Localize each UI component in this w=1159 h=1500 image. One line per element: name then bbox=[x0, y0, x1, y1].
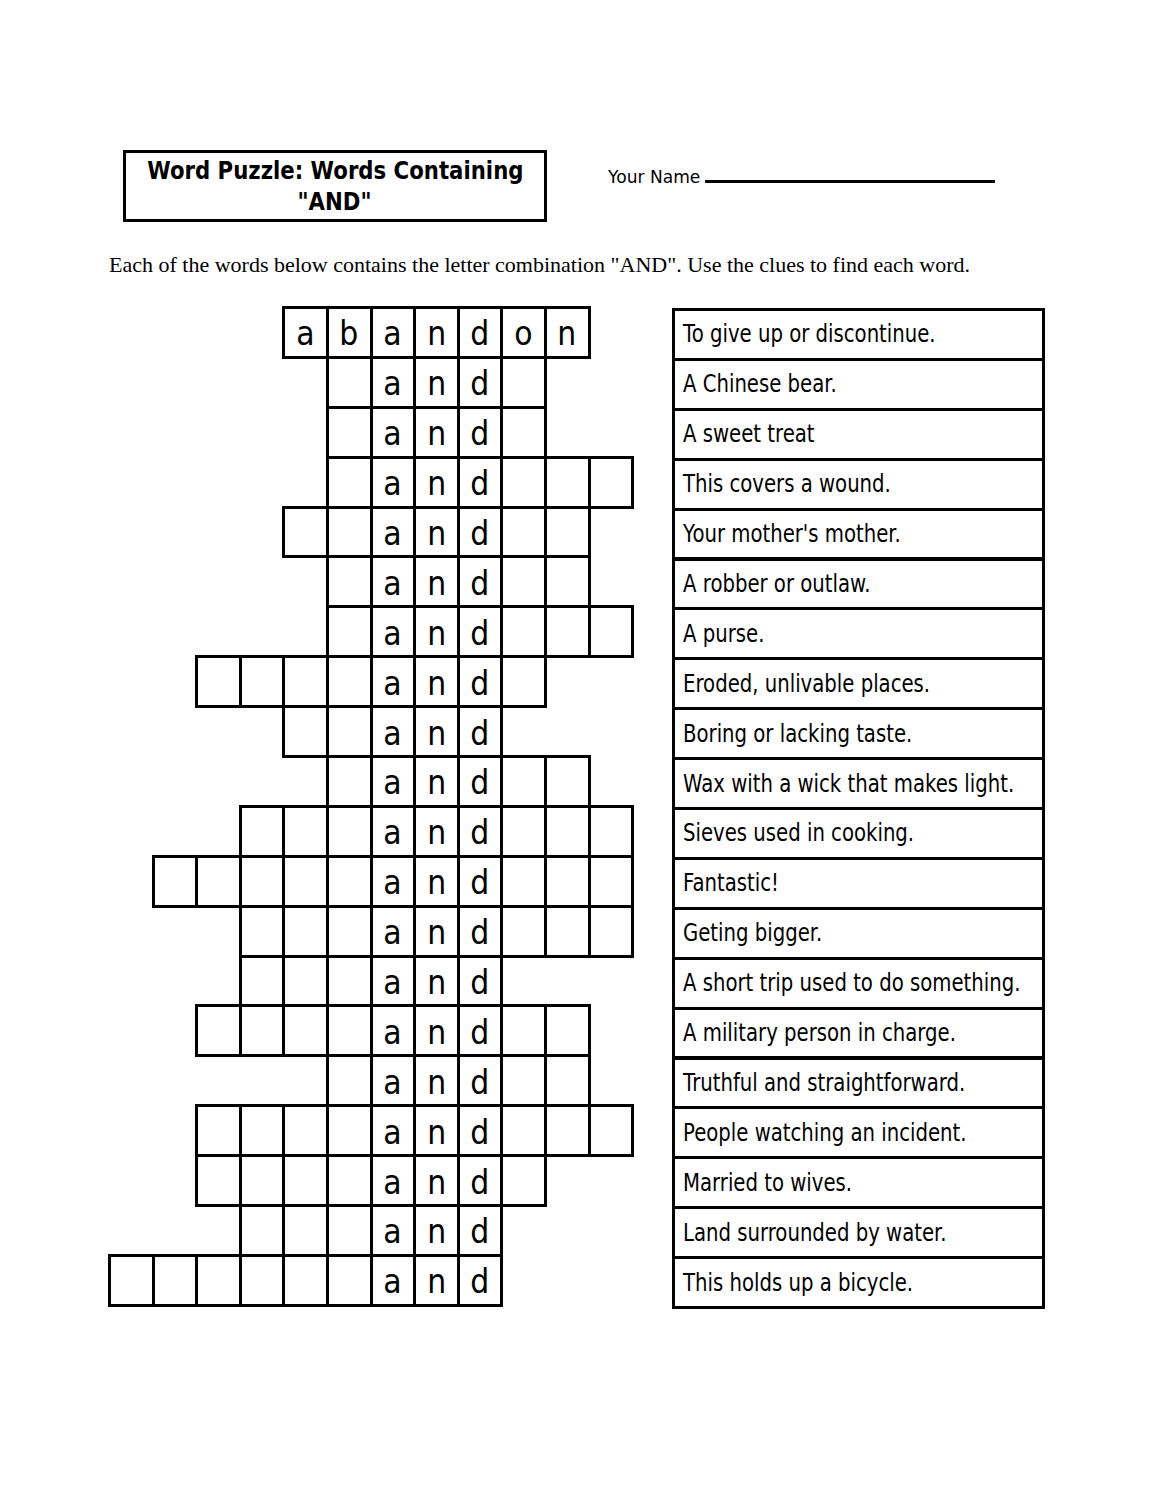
cell-letter: a bbox=[384, 1015, 402, 1049]
cell-letter: a bbox=[384, 1165, 402, 1199]
clue-text: Truthful and straightforward. bbox=[683, 1069, 965, 1097]
clue-box: Truthful and straightforward. bbox=[672, 1057, 1045, 1110]
title-box: Word Puzzle: Words Containing "AND" bbox=[123, 150, 547, 222]
grid-cell-letter: n bbox=[413, 1254, 460, 1307]
grid-cell-empty[interactable] bbox=[588, 605, 635, 658]
cell-letter: n bbox=[427, 466, 446, 500]
grid-cell-letter: a bbox=[370, 605, 417, 658]
grid-cell-empty[interactable] bbox=[282, 1104, 329, 1157]
cell-letter: n bbox=[427, 1165, 446, 1199]
clue-text: To give up or discontinue. bbox=[683, 320, 936, 348]
cell-letter: d bbox=[471, 1065, 490, 1099]
grid-cell-empty[interactable] bbox=[239, 905, 286, 958]
cell-letter: a bbox=[384, 616, 402, 650]
grid-cell-empty[interactable] bbox=[195, 855, 242, 908]
grid-cell-letter: d bbox=[457, 955, 504, 1008]
grid-cell-letter: d bbox=[457, 705, 504, 758]
clue-box: Married to wives. bbox=[672, 1156, 1045, 1209]
grid-cell-empty[interactable] bbox=[588, 456, 635, 509]
grid-cell-empty[interactable] bbox=[544, 605, 591, 658]
name-input-line[interactable] bbox=[705, 162, 995, 183]
grid-cell-empty[interactable] bbox=[282, 705, 329, 758]
grid-cell-empty[interactable] bbox=[500, 506, 547, 559]
grid-cell-letter: n bbox=[413, 456, 460, 509]
cell-letter: n bbox=[427, 316, 446, 350]
cell-letter: d bbox=[471, 1115, 490, 1149]
grid-cell-empty[interactable] bbox=[500, 406, 547, 459]
grid-cell-empty[interactable] bbox=[282, 1004, 329, 1057]
grid-cell-letter: a bbox=[370, 356, 417, 409]
grid-cell-letter: d bbox=[457, 905, 504, 958]
grid-cell-empty[interactable] bbox=[326, 605, 373, 658]
cell-letter: n bbox=[427, 815, 446, 849]
grid-cell-letter: d bbox=[457, 605, 504, 658]
cell-letter: n bbox=[427, 1115, 446, 1149]
grid-cell-empty[interactable] bbox=[544, 1104, 591, 1157]
cell-letter: a bbox=[384, 716, 402, 750]
clue-text: This holds up a bicycle. bbox=[683, 1269, 913, 1297]
grid-cell-letter: n bbox=[413, 1054, 460, 1107]
clue-box: A Chinese bear. bbox=[672, 358, 1045, 411]
grid-cell-letter: b bbox=[326, 306, 373, 359]
grid-cell-letter: a bbox=[370, 905, 417, 958]
grid-cell-empty[interactable] bbox=[239, 1204, 286, 1257]
grid-cell-letter: d bbox=[457, 1054, 504, 1107]
grid-cell-empty[interactable] bbox=[282, 655, 329, 708]
instruction-text: Each of the words below contains the let… bbox=[109, 250, 970, 280]
grid-cell-empty[interactable] bbox=[588, 805, 635, 858]
grid-cell-letter: n bbox=[544, 306, 591, 359]
grid-cell-letter: d bbox=[457, 855, 504, 908]
grid-cell-letter: n bbox=[413, 306, 460, 359]
grid-cell-letter: a bbox=[370, 506, 417, 559]
cell-letter: a bbox=[384, 466, 402, 500]
grid-cell-empty[interactable] bbox=[500, 356, 547, 409]
grid-cell-letter: n bbox=[413, 705, 460, 758]
grid-cell-letter: d bbox=[457, 655, 504, 708]
grid-cell-letter: a bbox=[370, 1204, 417, 1257]
grid-cell-empty[interactable] bbox=[326, 1254, 373, 1307]
clue-box: A purse. bbox=[672, 607, 1045, 660]
cell-letter: n bbox=[427, 516, 446, 550]
grid-cell-empty[interactable] bbox=[326, 1204, 373, 1257]
grid-cell-letter: n bbox=[413, 905, 460, 958]
grid-cell-letter: a bbox=[370, 855, 417, 908]
name-field-row: Your Name bbox=[608, 162, 995, 187]
grid-cell-empty[interactable] bbox=[282, 805, 329, 858]
grid-cell-empty[interactable] bbox=[544, 755, 591, 808]
grid-cell-empty[interactable] bbox=[239, 1154, 286, 1207]
grid-cell-letter: d bbox=[457, 555, 504, 608]
clue-box: Wax with a wick that makes light. bbox=[672, 757, 1045, 810]
cell-letter: n bbox=[427, 666, 446, 700]
grid-cell-letter: a bbox=[370, 955, 417, 1008]
grid-cell-empty[interactable] bbox=[282, 506, 329, 559]
cell-letter: d bbox=[471, 616, 490, 650]
grid-cell-empty[interactable] bbox=[326, 805, 373, 858]
grid-cell-empty[interactable] bbox=[500, 905, 547, 958]
grid-cell-empty[interactable] bbox=[500, 755, 547, 808]
grid-cell-empty[interactable] bbox=[588, 1104, 635, 1157]
cell-letter: a bbox=[384, 1115, 402, 1149]
grid-cell-letter: d bbox=[457, 805, 504, 858]
grid-cell-letter: n bbox=[413, 506, 460, 559]
cell-letter: o bbox=[514, 316, 532, 350]
grid-cell-letter: d bbox=[457, 1104, 504, 1157]
cell-letter: n bbox=[427, 1214, 446, 1248]
cell-letter: n bbox=[427, 616, 446, 650]
cell-letter: d bbox=[471, 716, 490, 750]
cell-letter: a bbox=[384, 815, 402, 849]
cell-letter: d bbox=[471, 1264, 490, 1298]
cell-letter: n bbox=[558, 316, 577, 350]
cell-letter: b bbox=[340, 316, 359, 350]
grid-cell-empty[interactable] bbox=[282, 1154, 329, 1207]
cell-letter: a bbox=[384, 516, 402, 550]
grid-cell-empty[interactable] bbox=[326, 1054, 373, 1107]
cell-letter: d bbox=[471, 466, 490, 500]
clue-text: Your mother's mother. bbox=[683, 520, 901, 548]
grid-cell-empty[interactable] bbox=[326, 1004, 373, 1057]
cell-letter: n bbox=[427, 1065, 446, 1099]
grid-cell-letter: d bbox=[457, 406, 504, 459]
grid-cell-empty[interactable] bbox=[152, 1254, 199, 1307]
grid-cell-empty[interactable] bbox=[282, 855, 329, 908]
cell-letter: d bbox=[471, 366, 490, 400]
grid-cell-empty[interactable] bbox=[326, 705, 373, 758]
cell-letter: a bbox=[384, 915, 402, 949]
grid-cell-empty[interactable] bbox=[326, 1104, 373, 1157]
clue-text: Boring or lacking taste. bbox=[683, 720, 912, 748]
cell-letter: d bbox=[471, 765, 490, 799]
cell-letter: d bbox=[471, 915, 490, 949]
clue-text: A military person in charge. bbox=[683, 1019, 956, 1047]
cell-letter: a bbox=[384, 416, 402, 450]
grid-cell-empty[interactable] bbox=[500, 1004, 547, 1057]
grid-cell-letter: d bbox=[457, 755, 504, 808]
clue-box: This holds up a bicycle. bbox=[672, 1256, 1045, 1309]
cell-letter: n bbox=[427, 865, 446, 899]
grid-cell-letter: n bbox=[413, 356, 460, 409]
grid-cell-empty[interactable] bbox=[195, 655, 242, 708]
grid-cell-empty[interactable] bbox=[500, 555, 547, 608]
name-label: Your Name bbox=[608, 166, 700, 187]
grid-cell-empty[interactable] bbox=[588, 855, 635, 908]
cell-letter: n bbox=[427, 915, 446, 949]
grid-cell-empty[interactable] bbox=[326, 406, 373, 459]
grid-cell-empty[interactable] bbox=[544, 1004, 591, 1057]
grid-cell-empty[interactable] bbox=[195, 1104, 242, 1157]
clue-text: Married to wives. bbox=[683, 1169, 852, 1197]
grid-cell-empty[interactable] bbox=[500, 805, 547, 858]
grid-cell-empty[interactable] bbox=[326, 356, 373, 409]
cell-letter: a bbox=[384, 1214, 402, 1248]
grid-cell-empty[interactable] bbox=[544, 805, 591, 858]
grid-cell-letter: a bbox=[370, 1004, 417, 1057]
clue-text: Eroded, unlivable places. bbox=[683, 670, 930, 698]
grid-cell-letter: a bbox=[370, 1104, 417, 1157]
clue-text: A Chinese bear. bbox=[683, 370, 837, 398]
cell-letter: d bbox=[471, 1165, 490, 1199]
grid-cell-letter: a bbox=[370, 805, 417, 858]
grid-cell-letter: d bbox=[457, 506, 504, 559]
clue-box: A sweet treat bbox=[672, 408, 1045, 461]
clue-box: Boring or lacking taste. bbox=[672, 707, 1045, 760]
grid-cell-empty[interactable] bbox=[588, 905, 635, 958]
clue-text: Geting bigger. bbox=[683, 919, 822, 947]
cell-letter: d bbox=[471, 566, 490, 600]
grid-cell-letter: a bbox=[370, 1054, 417, 1107]
grid-cell-letter: n bbox=[413, 555, 460, 608]
grid-cell-empty[interactable] bbox=[544, 1054, 591, 1107]
grid-cell-empty[interactable] bbox=[326, 955, 373, 1008]
grid-cell-letter: n bbox=[413, 805, 460, 858]
clue-box: A military person in charge. bbox=[672, 1007, 1045, 1060]
grid-cell-empty[interactable] bbox=[326, 655, 373, 708]
cell-letter: a bbox=[297, 316, 315, 350]
grid-cell-letter: n bbox=[413, 1154, 460, 1207]
grid-cell-empty[interactable] bbox=[326, 555, 373, 608]
grid-cell-empty[interactable] bbox=[544, 555, 591, 608]
grid-cell-empty[interactable] bbox=[500, 855, 547, 908]
cell-letter: n bbox=[427, 566, 446, 600]
clue-box: Sieves used in cooking. bbox=[672, 807, 1045, 860]
grid-cell-letter: n bbox=[413, 1204, 460, 1257]
grid-cell-letter: a bbox=[370, 456, 417, 509]
clue-box: Your mother's mother. bbox=[672, 508, 1045, 561]
clue-box: A robber or outlaw. bbox=[672, 558, 1045, 611]
grid-cell-letter: n bbox=[413, 406, 460, 459]
grid-cell-empty[interactable] bbox=[544, 456, 591, 509]
grid-cell-empty[interactable] bbox=[326, 905, 373, 958]
grid-cell-letter: a bbox=[370, 555, 417, 608]
grid-cell-empty[interactable] bbox=[108, 1254, 155, 1307]
grid-cell-empty[interactable] bbox=[195, 1004, 242, 1057]
grid-cell-empty[interactable] bbox=[239, 805, 286, 858]
cell-letter: d bbox=[471, 1214, 490, 1248]
grid-cell-letter: d bbox=[457, 306, 504, 359]
grid-cell-empty[interactable] bbox=[152, 855, 199, 908]
cell-letter: n bbox=[427, 965, 446, 999]
grid-cell-empty[interactable] bbox=[239, 1104, 286, 1157]
grid-cell-letter: n bbox=[413, 1104, 460, 1157]
clue-text: A robber or outlaw. bbox=[683, 570, 871, 598]
cell-letter: d bbox=[471, 516, 490, 550]
grid-cell-empty[interactable] bbox=[500, 1154, 547, 1207]
grid-cell-letter: n bbox=[413, 605, 460, 658]
grid-cell-letter: d bbox=[457, 1204, 504, 1257]
grid-cell-empty[interactable] bbox=[195, 1154, 242, 1207]
grid-cell-letter: o bbox=[500, 306, 547, 359]
grid-cell-empty[interactable] bbox=[326, 755, 373, 808]
cell-letter: n bbox=[427, 1015, 446, 1049]
cell-letter: d bbox=[471, 416, 490, 450]
grid-cell-letter: a bbox=[370, 306, 417, 359]
clue-box: Geting bigger. bbox=[672, 907, 1045, 960]
cell-letter: a bbox=[384, 366, 402, 400]
cell-letter: a bbox=[384, 566, 402, 600]
grid-cell-letter: d bbox=[457, 1154, 504, 1207]
grid-cell-empty[interactable] bbox=[500, 655, 547, 708]
clue-text: This covers a wound. bbox=[683, 470, 891, 498]
clue-text: People watching an incident. bbox=[683, 1119, 967, 1147]
clue-box: To give up or discontinue. bbox=[672, 308, 1045, 361]
cell-letter: a bbox=[384, 316, 402, 350]
grid-cell-letter: d bbox=[457, 456, 504, 509]
clue-text: Sieves used in cooking. bbox=[683, 819, 914, 847]
cell-letter: n bbox=[427, 366, 446, 400]
grid-cell-empty[interactable] bbox=[239, 655, 286, 708]
grid-cell-letter: n bbox=[413, 855, 460, 908]
clue-list: To give up or discontinue.A Chinese bear… bbox=[672, 308, 1045, 1309]
grid-cell-empty[interactable] bbox=[500, 605, 547, 658]
grid-cell-letter: n bbox=[413, 955, 460, 1008]
grid-cell-empty[interactable] bbox=[326, 1154, 373, 1207]
page-title-line2: "AND" bbox=[298, 186, 372, 217]
clue-text: A sweet treat bbox=[683, 420, 815, 448]
cell-letter: a bbox=[384, 1065, 402, 1099]
clue-box: A short trip used to do something. bbox=[672, 957, 1045, 1010]
cell-letter: a bbox=[384, 765, 402, 799]
clue-text: Fantastic! bbox=[683, 869, 779, 897]
cell-letter: d bbox=[471, 1015, 490, 1049]
grid-cell-letter: a bbox=[370, 1254, 417, 1307]
grid-cell-letter: a bbox=[370, 755, 417, 808]
clue-box: Eroded, unlivable places. bbox=[672, 657, 1045, 710]
clue-box: Land surrounded by water. bbox=[672, 1206, 1045, 1259]
grid-cell-empty[interactable] bbox=[500, 1104, 547, 1157]
grid-cell-letter: d bbox=[457, 1004, 504, 1057]
cell-letter: n bbox=[427, 416, 446, 450]
grid-cell-empty[interactable] bbox=[500, 1054, 547, 1107]
grid-cell-empty[interactable] bbox=[282, 1254, 329, 1307]
grid-cell-empty[interactable] bbox=[282, 955, 329, 1008]
clue-text: A purse. bbox=[683, 620, 764, 648]
grid-cell-empty[interactable] bbox=[326, 456, 373, 509]
grid-cell-letter: n bbox=[413, 755, 460, 808]
cell-letter: d bbox=[471, 865, 490, 899]
clue-text: A short trip used to do something. bbox=[683, 969, 1020, 997]
clue-text: Wax with a wick that makes light. bbox=[683, 770, 1014, 798]
cell-letter: d bbox=[471, 666, 490, 700]
grid-cell-empty[interactable] bbox=[195, 1254, 242, 1307]
puzzle-grid: abandonandandandandandandandandandandand… bbox=[108, 306, 631, 1304]
grid-cell-letter: d bbox=[457, 1254, 504, 1307]
cell-letter: a bbox=[384, 865, 402, 899]
clue-box: Fantastic! bbox=[672, 857, 1045, 910]
cell-letter: n bbox=[427, 716, 446, 750]
grid-cell-empty[interactable] bbox=[239, 955, 286, 1008]
grid-cell-empty[interactable] bbox=[544, 905, 591, 958]
grid-cell-empty[interactable] bbox=[282, 1204, 329, 1257]
worksheet-page: Word Puzzle: Words Containing "AND" Your… bbox=[0, 0, 1159, 1500]
cell-letter: a bbox=[384, 965, 402, 999]
grid-cell-letter: n bbox=[413, 1004, 460, 1057]
grid-cell-letter: a bbox=[370, 406, 417, 459]
grid-cell-letter: d bbox=[457, 356, 504, 409]
clue-text: Land surrounded by water. bbox=[683, 1219, 947, 1247]
grid-cell-empty[interactable] bbox=[282, 905, 329, 958]
grid-cell-empty[interactable] bbox=[239, 1254, 286, 1307]
grid-cell-empty[interactable] bbox=[326, 855, 373, 908]
grid-cell-empty[interactable] bbox=[239, 1004, 286, 1057]
clue-box: People watching an incident. bbox=[672, 1106, 1045, 1159]
cell-letter: n bbox=[427, 1264, 446, 1298]
page-title-line1: Word Puzzle: Words Containing bbox=[147, 155, 523, 186]
grid-cell-letter: a bbox=[370, 705, 417, 758]
clue-box: This covers a wound. bbox=[672, 458, 1045, 511]
grid-cell-letter: a bbox=[370, 655, 417, 708]
grid-cell-letter: a bbox=[370, 1154, 417, 1207]
grid-cell-empty[interactable] bbox=[544, 506, 591, 559]
cell-letter: a bbox=[384, 1264, 402, 1298]
grid-cell-letter: a bbox=[282, 306, 329, 359]
cell-letter: a bbox=[384, 666, 402, 700]
grid-cell-empty[interactable] bbox=[544, 855, 591, 908]
cell-letter: n bbox=[427, 765, 446, 799]
grid-cell-empty[interactable] bbox=[239, 855, 286, 908]
cell-letter: d bbox=[471, 316, 490, 350]
grid-cell-empty[interactable] bbox=[326, 506, 373, 559]
grid-cell-letter: n bbox=[413, 655, 460, 708]
cell-letter: d bbox=[471, 965, 490, 999]
cell-letter: d bbox=[471, 815, 490, 849]
grid-cell-empty[interactable] bbox=[500, 456, 547, 509]
